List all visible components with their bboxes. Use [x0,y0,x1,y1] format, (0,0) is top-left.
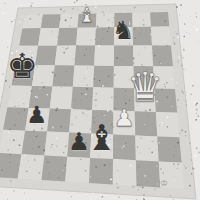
square-d8 [78,14,97,28]
square-a1 [0,153,22,179]
square-f2 [113,135,136,161]
square-e5 [93,66,114,88]
square-h3 [156,112,179,137]
square-h7 [151,27,171,46]
square-e4 [92,87,114,110]
square-a3 [3,107,29,131]
square-d2 [67,133,91,158]
square-g3 [135,111,158,136]
square-c2 [44,132,69,157]
square-g7 [133,27,152,46]
square-c8 [59,14,78,28]
square-b4 [29,86,53,109]
square-d7 [76,28,96,46]
square-b3 [25,108,50,132]
square-d3 [69,109,92,133]
square-b8 [41,14,61,28]
square-f4 [114,88,135,112]
board-logo: ♔ [160,179,168,188]
square-f1 [113,159,137,186]
square-h4 [155,89,178,113]
square-f6 [114,46,134,67]
square-g2 [135,135,159,161]
square-e1 [89,158,113,185]
square-e2 [90,134,113,160]
square-a4 [7,86,32,108]
square-e7 [95,27,114,45]
square-g4 [134,88,156,112]
square-c6 [55,46,76,66]
square-d1 [65,157,90,183]
square-g8 [132,12,151,27]
square-a5 [12,65,36,86]
square-a8 [22,15,43,29]
square-d4 [71,87,93,110]
square-h8 [150,12,169,27]
square-c3 [47,109,71,133]
square-f8 [114,13,132,27]
chessboard [0,0,200,200]
square-h5 [153,66,175,89]
square-d5 [73,66,94,88]
square-a6 [15,46,38,65]
square-c4 [50,86,73,109]
square-e6 [94,46,114,66]
square-b1 [18,154,45,180]
square-b7 [38,28,59,46]
square-f5 [114,66,134,88]
square-f3 [113,111,135,136]
square-g1 [136,160,160,187]
square-g6 [133,46,153,67]
square-e8 [96,13,115,27]
square-c7 [57,28,77,46]
chessboard-photo: ♝♞♚♛♟♟♟♝ ♔ [0,0,200,200]
square-a7 [19,28,41,46]
square-a2 [0,130,25,155]
square-b2 [22,131,48,156]
square-b5 [32,65,55,86]
square-g5 [134,66,155,89]
square-h2 [157,136,181,162]
crown-logo-icon: ♔ [160,179,168,188]
